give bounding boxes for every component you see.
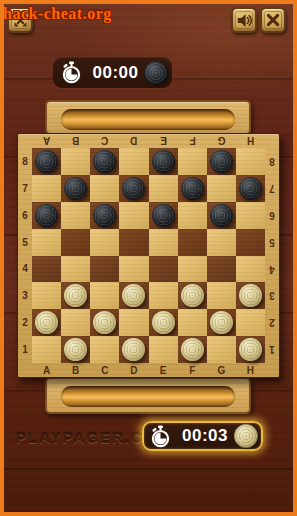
white-piece-g2[interactable]	[210, 311, 233, 334]
square-f8[interactable]	[178, 148, 207, 175]
square-a8[interactable]	[32, 148, 61, 175]
white-piece-a2[interactable]	[35, 311, 58, 334]
rank-label-left-7: 7	[18, 175, 32, 202]
file-label-top-d: D	[119, 134, 148, 148]
checkers-game-screen: 00:00 ABCDEFGH8877665544332211ABCDEFGH P…	[0, 0, 297, 516]
black-piece-a6[interactable]	[35, 204, 58, 227]
square-e5[interactable]	[149, 229, 178, 256]
black-piece-g8[interactable]	[210, 150, 233, 173]
square-h7[interactable]	[236, 175, 265, 202]
square-g2[interactable]	[207, 309, 236, 336]
square-h6[interactable]	[236, 202, 265, 229]
square-d6[interactable]	[119, 202, 148, 229]
square-d4[interactable]	[119, 256, 148, 283]
file-label-bottom-b: B	[61, 363, 90, 377]
checkers-board[interactable]: ABCDEFGH8877665544332211ABCDEFGH	[17, 133, 280, 378]
fullscreen-button[interactable]	[7, 7, 33, 33]
square-g7[interactable]	[207, 175, 236, 202]
square-b3[interactable]	[61, 282, 90, 309]
square-a1[interactable]	[32, 336, 61, 363]
square-h3[interactable]	[236, 282, 265, 309]
file-label-top-f: F	[178, 134, 207, 148]
white-piece-c2[interactable]	[93, 311, 116, 334]
black-piece-c6[interactable]	[93, 204, 116, 227]
square-d8[interactable]	[119, 148, 148, 175]
sound-button[interactable]	[231, 7, 257, 33]
square-g6[interactable]	[207, 202, 236, 229]
x-icon	[265, 12, 281, 28]
square-g4[interactable]	[207, 256, 236, 283]
white-piece-d3[interactable]	[122, 284, 145, 307]
black-player-piece	[144, 61, 168, 85]
square-c1[interactable]	[90, 336, 119, 363]
square-g5[interactable]	[207, 229, 236, 256]
square-b1[interactable]	[61, 336, 90, 363]
rank-label-left-1: 1	[18, 336, 32, 363]
square-a2[interactable]	[32, 309, 61, 336]
rank-label-left-4: 4	[18, 256, 32, 283]
board-corner	[18, 134, 32, 148]
file-label-bottom-d: D	[119, 363, 148, 377]
square-d7[interactable]	[119, 175, 148, 202]
close-button[interactable]	[260, 7, 286, 33]
square-e6[interactable]	[149, 202, 178, 229]
rank-label-left-6: 6	[18, 202, 32, 229]
white-piece-f1[interactable]	[181, 338, 204, 361]
board-corner	[18, 363, 32, 377]
rank-label-right-3: 3	[265, 282, 279, 309]
rank-label-right-8: 8	[265, 148, 279, 175]
board-corner	[265, 134, 279, 148]
square-f6[interactable]	[178, 202, 207, 229]
square-c4[interactable]	[90, 256, 119, 283]
file-label-bottom-a: A	[32, 363, 61, 377]
tray-groove	[61, 386, 235, 407]
white-player-piece	[234, 424, 258, 448]
square-b4[interactable]	[61, 256, 90, 283]
rank-label-right-7: 7	[265, 175, 279, 202]
file-label-bottom-g: G	[207, 363, 236, 377]
square-e8[interactable]	[149, 148, 178, 175]
square-b8[interactable]	[61, 148, 90, 175]
square-c2[interactable]	[90, 309, 119, 336]
rank-label-left-2: 2	[18, 309, 32, 336]
black-timer-panel: 00:00	[53, 57, 172, 88]
square-c5[interactable]	[90, 229, 119, 256]
tray-groove	[61, 109, 235, 130]
square-d1[interactable]	[119, 336, 148, 363]
square-d5[interactable]	[119, 229, 148, 256]
rank-label-left-3: 3	[18, 282, 32, 309]
square-a3[interactable]	[32, 282, 61, 309]
board-corner	[265, 363, 279, 377]
square-e1[interactable]	[149, 336, 178, 363]
white-piece-e2[interactable]	[152, 311, 175, 334]
square-b6[interactable]	[61, 202, 90, 229]
stopwatch-icon	[61, 61, 82, 84]
black-piece-d7[interactable]	[122, 177, 145, 200]
square-h1[interactable]	[236, 336, 265, 363]
square-a4[interactable]	[32, 256, 61, 283]
square-f4[interactable]	[178, 256, 207, 283]
square-e3[interactable]	[149, 282, 178, 309]
square-e2[interactable]	[149, 309, 178, 336]
rank-label-left-8: 8	[18, 148, 32, 175]
rank-label-left-5: 5	[18, 229, 32, 256]
white-timer-panel-active: 00:03	[142, 421, 263, 451]
black-piece-e6[interactable]	[152, 204, 175, 227]
black-piece-g6[interactable]	[210, 204, 233, 227]
square-e7[interactable]	[149, 175, 178, 202]
square-h5[interactable]	[236, 229, 265, 256]
white-piece-b1[interactable]	[64, 338, 87, 361]
square-a7[interactable]	[32, 175, 61, 202]
square-c8[interactable]	[90, 148, 119, 175]
file-label-top-h: H	[236, 134, 265, 148]
square-c6[interactable]	[90, 202, 119, 229]
black-piece-f7[interactable]	[181, 177, 204, 200]
square-h4[interactable]	[236, 256, 265, 283]
square-c7[interactable]	[90, 175, 119, 202]
square-g1[interactable]	[207, 336, 236, 363]
rank-label-right-6: 6	[265, 202, 279, 229]
square-f2[interactable]	[178, 309, 207, 336]
square-f7[interactable]	[178, 175, 207, 202]
white-piece-b3[interactable]	[64, 284, 87, 307]
rank-label-right-4: 4	[265, 256, 279, 283]
file-label-top-a: A	[32, 134, 61, 148]
rank-label-right-2: 2	[265, 309, 279, 336]
white-piece-f3[interactable]	[181, 284, 204, 307]
square-a5[interactable]	[32, 229, 61, 256]
square-f5[interactable]	[178, 229, 207, 256]
black-piece-c8[interactable]	[93, 150, 116, 173]
rank-label-right-5: 5	[265, 229, 279, 256]
square-f1[interactable]	[178, 336, 207, 363]
square-e4[interactable]	[149, 256, 178, 283]
speaker-icon	[236, 12, 253, 29]
square-g8[interactable]	[207, 148, 236, 175]
black-piece-b7[interactable]	[64, 177, 87, 200]
file-label-top-c: C	[90, 134, 119, 148]
rank-label-right-1: 1	[265, 336, 279, 363]
black-timer-value: 00:00	[87, 63, 144, 83]
white-piece-h1[interactable]	[239, 338, 262, 361]
square-d2[interactable]	[119, 309, 148, 336]
square-a6[interactable]	[32, 202, 61, 229]
file-label-top-b: B	[61, 134, 90, 148]
captured-pieces-tray-bottom	[45, 377, 251, 414]
file-label-bottom-e: E	[149, 363, 178, 377]
stopwatch-icon	[150, 425, 171, 448]
white-piece-d1[interactable]	[122, 338, 145, 361]
file-label-bottom-c: C	[90, 363, 119, 377]
white-piece-h3[interactable]	[239, 284, 262, 307]
black-piece-e8[interactable]	[152, 150, 175, 173]
square-f3[interactable]	[178, 282, 207, 309]
file-label-bottom-f: F	[178, 363, 207, 377]
square-g3[interactable]	[207, 282, 236, 309]
square-h8[interactable]	[236, 148, 265, 175]
expand-arrows-icon	[12, 12, 29, 29]
file-label-bottom-h: H	[236, 363, 265, 377]
captured-pieces-tray-top	[45, 100, 251, 135]
file-label-top-g: G	[207, 134, 236, 148]
square-h2[interactable]	[236, 309, 265, 336]
square-c3[interactable]	[90, 282, 119, 309]
square-b2[interactable]	[61, 309, 90, 336]
white-timer-value: 00:03	[176, 426, 234, 446]
square-d3[interactable]	[119, 282, 148, 309]
file-label-top-e: E	[149, 134, 178, 148]
black-piece-h7[interactable]	[239, 177, 262, 200]
square-b5[interactable]	[61, 229, 90, 256]
square-b7[interactable]	[61, 175, 90, 202]
black-piece-a8[interactable]	[35, 150, 58, 173]
